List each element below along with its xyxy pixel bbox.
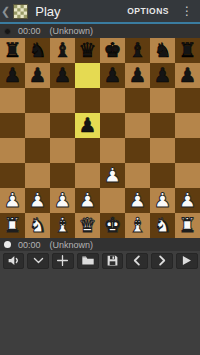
square-e3[interactable]: ♟ xyxy=(100,163,125,188)
square-d1[interactable]: ♛ xyxy=(75,213,100,238)
black-pawn: ♟ xyxy=(104,63,122,88)
open-folder-icon xyxy=(81,254,95,267)
play-forward-icon xyxy=(180,254,193,267)
square-h6[interactable] xyxy=(175,88,200,113)
chevron-down-button[interactable] xyxy=(27,253,49,269)
square-b4[interactable] xyxy=(25,138,50,163)
square-e1[interactable]: ♚ xyxy=(100,213,125,238)
square-b5[interactable] xyxy=(25,113,50,138)
white-pawn: ♟ xyxy=(104,163,122,188)
square-g1[interactable]: ♞ xyxy=(150,213,175,238)
volume-button[interactable] xyxy=(3,253,25,269)
square-e5[interactable] xyxy=(100,113,125,138)
black-queen: ♛ xyxy=(79,38,97,63)
square-c5[interactable] xyxy=(50,113,75,138)
square-g4[interactable] xyxy=(150,138,175,163)
square-b1[interactable]: ♞ xyxy=(25,213,50,238)
black-bishop: ♝ xyxy=(54,38,72,63)
black-rook: ♜ xyxy=(4,38,22,63)
square-d2[interactable]: ♟ xyxy=(75,188,100,213)
white-queen: ♛ xyxy=(79,213,97,238)
square-b8[interactable]: ♞ xyxy=(25,38,50,63)
square-g8[interactable]: ♞ xyxy=(150,38,175,63)
white-king: ♚ xyxy=(104,213,122,238)
black-pawn: ♟ xyxy=(79,113,97,138)
save-floppy-icon xyxy=(106,254,119,267)
black-rook: ♜ xyxy=(179,38,197,63)
square-g3[interactable] xyxy=(150,163,175,188)
black-pawn: ♟ xyxy=(179,63,197,88)
options-button[interactable]: OPTIONS xyxy=(121,6,175,16)
square-g7[interactable]: ♟ xyxy=(150,63,175,88)
square-h7[interactable]: ♟ xyxy=(175,63,200,88)
square-f1[interactable]: ♝ xyxy=(125,213,150,238)
square-d6[interactable] xyxy=(75,88,100,113)
square-c2[interactable]: ♟ xyxy=(50,188,75,213)
white-rook: ♜ xyxy=(4,213,22,238)
white-pawn: ♟ xyxy=(54,188,72,213)
square-a8[interactable]: ♜ xyxy=(0,38,25,63)
checkerboard-app-icon xyxy=(13,4,28,19)
black-pawn: ♟ xyxy=(4,63,22,88)
open-folder-button[interactable] xyxy=(77,253,99,269)
white-pawn: ♟ xyxy=(179,188,197,213)
previous-move-icon xyxy=(131,254,143,267)
square-h8[interactable]: ♜ xyxy=(175,38,200,63)
square-d3[interactable] xyxy=(75,163,100,188)
vertical-ellipsis-icon[interactable]: ⋮ xyxy=(175,5,200,17)
game-toolbar xyxy=(0,251,200,270)
white-pawn: ♟ xyxy=(154,188,172,213)
square-g6[interactable] xyxy=(150,88,175,113)
chess-app-screen: ❮ Play OPTIONS ⋮ 00:00 (Unknown) ♜♞♝♛♚♝♞… xyxy=(0,0,200,355)
white-bishop: ♝ xyxy=(129,213,147,238)
square-d7[interactable] xyxy=(75,63,100,88)
save-floppy-button[interactable] xyxy=(102,253,124,269)
square-b3[interactable] xyxy=(25,163,50,188)
white-side-dot-icon xyxy=(4,241,11,248)
square-b7[interactable]: ♟ xyxy=(25,63,50,88)
square-e7[interactable]: ♟ xyxy=(100,63,125,88)
action-bar: ❮ Play OPTIONS ⋮ xyxy=(0,0,200,24)
square-a1[interactable]: ♜ xyxy=(0,213,25,238)
square-f8[interactable]: ♝ xyxy=(125,38,150,63)
square-e6[interactable] xyxy=(100,88,125,113)
square-f5[interactable] xyxy=(125,113,150,138)
white-pawn: ♟ xyxy=(79,188,97,213)
square-f3[interactable] xyxy=(125,163,150,188)
square-a5[interactable] xyxy=(0,113,25,138)
white-knight: ♞ xyxy=(154,213,172,238)
plus-button[interactable] xyxy=(52,253,74,269)
square-b6[interactable] xyxy=(25,88,50,113)
black-knight: ♞ xyxy=(29,38,47,63)
plus-icon xyxy=(56,254,69,267)
white-pawn: ♟ xyxy=(29,188,47,213)
empty-area xyxy=(0,270,200,355)
square-h1[interactable]: ♜ xyxy=(175,213,200,238)
black-clock: 00:00 xyxy=(18,26,41,36)
black-player-bar: 00:00 (Unknown) xyxy=(0,24,200,38)
square-c8[interactable]: ♝ xyxy=(50,38,75,63)
white-pawn: ♟ xyxy=(129,188,147,213)
chevron-down-icon xyxy=(32,254,45,267)
square-c7[interactable]: ♟ xyxy=(50,63,75,88)
square-e2[interactable] xyxy=(100,188,125,213)
black-pawn: ♟ xyxy=(54,63,72,88)
square-a6[interactable] xyxy=(0,88,25,113)
square-d5[interactable]: ♟ xyxy=(75,113,100,138)
square-c6[interactable] xyxy=(50,88,75,113)
back-chevron-icon[interactable]: ❮ xyxy=(1,6,10,17)
square-a2[interactable]: ♟ xyxy=(0,188,25,213)
next-move-button[interactable] xyxy=(151,253,173,269)
square-d4[interactable] xyxy=(75,138,100,163)
square-f6[interactable] xyxy=(125,88,150,113)
white-knight: ♞ xyxy=(29,213,47,238)
black-pawn: ♟ xyxy=(129,63,147,88)
square-f7[interactable]: ♟ xyxy=(125,63,150,88)
square-c1[interactable]: ♝ xyxy=(50,213,75,238)
black-knight: ♞ xyxy=(154,38,172,63)
square-e4[interactable] xyxy=(100,138,125,163)
square-d8[interactable]: ♛ xyxy=(75,38,100,63)
black-king: ♚ xyxy=(104,38,122,63)
play-forward-button[interactable] xyxy=(176,253,198,269)
square-a7[interactable]: ♟ xyxy=(0,63,25,88)
black-side-dot-icon xyxy=(4,28,11,35)
black-pawn: ♟ xyxy=(154,63,172,88)
square-c4[interactable] xyxy=(50,138,75,163)
square-b2[interactable]: ♟ xyxy=(25,188,50,213)
white-player-bar: 00:00 (Unknown) xyxy=(0,238,200,251)
square-a3[interactable] xyxy=(0,163,25,188)
square-h4[interactable] xyxy=(175,138,200,163)
square-h3[interactable] xyxy=(175,163,200,188)
white-bishop: ♝ xyxy=(54,213,72,238)
white-rook: ♜ xyxy=(179,213,197,238)
square-c3[interactable] xyxy=(50,163,75,188)
black-player-name: (Unknown) xyxy=(50,26,94,36)
square-h2[interactable]: ♟ xyxy=(175,188,200,213)
square-f4[interactable] xyxy=(125,138,150,163)
square-g5[interactable] xyxy=(150,113,175,138)
square-e8[interactable]: ♚ xyxy=(100,38,125,63)
square-f2[interactable]: ♟ xyxy=(125,188,150,213)
black-pawn: ♟ xyxy=(29,63,47,88)
previous-move-button[interactable] xyxy=(126,253,148,269)
next-move-icon xyxy=(156,254,168,267)
square-a4[interactable] xyxy=(0,138,25,163)
white-clock: 00:00 xyxy=(18,240,41,250)
page-title: Play xyxy=(35,4,121,19)
black-bishop: ♝ xyxy=(129,38,147,63)
square-h5[interactable] xyxy=(175,113,200,138)
white-pawn: ♟ xyxy=(4,188,22,213)
square-g2[interactable]: ♟ xyxy=(150,188,175,213)
chess-board[interactable]: ♜♞♝♛♚♝♞♜♟♟♟♟♟♟♟♟♟♟♟♟♟♟♟♟♜♞♝♛♚♝♞♜ xyxy=(0,38,200,238)
volume-icon xyxy=(7,254,20,267)
white-player-name: (Unknown) xyxy=(50,240,94,250)
